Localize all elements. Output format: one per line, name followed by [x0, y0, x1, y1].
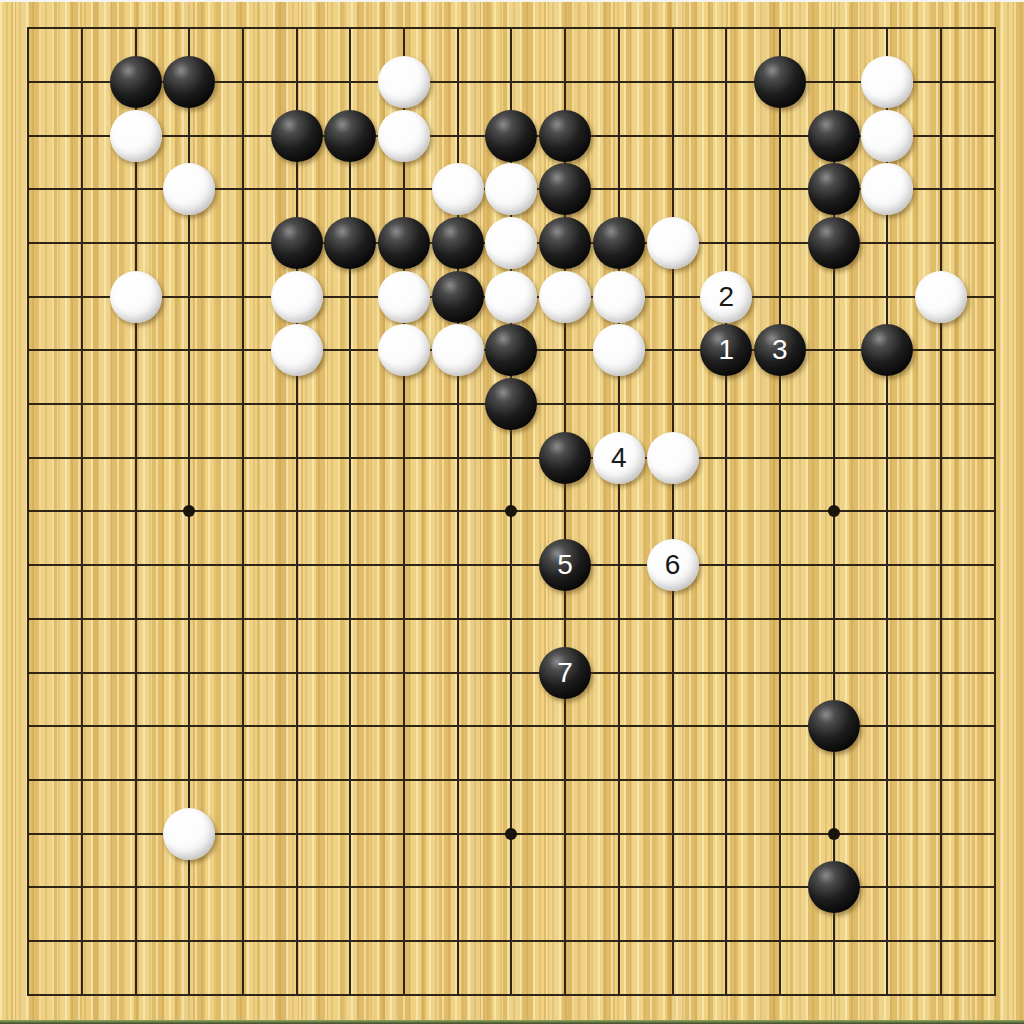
white-stone-O14: 2 — [700, 271, 752, 323]
black-stone-C18 — [110, 56, 162, 108]
white-stone-C17 — [110, 110, 162, 162]
move-number-label: 3 — [772, 336, 788, 364]
white-stone-H14 — [378, 271, 430, 323]
white-stone-H18 — [378, 56, 430, 108]
black-stone-L15 — [539, 217, 591, 269]
star-point — [505, 505, 517, 517]
white-stone-J13 — [432, 324, 484, 376]
move-number-label: 7 — [557, 659, 573, 687]
white-stone-R16 — [861, 163, 913, 215]
move-number-label: 1 — [718, 336, 734, 364]
black-stone-O13: 1 — [700, 324, 752, 376]
white-stone-D4 — [163, 808, 215, 860]
black-stone-K12 — [485, 378, 537, 430]
white-stone-K15 — [485, 217, 537, 269]
go-board[interactable]: 2134567 — [0, 0, 1024, 1024]
white-stone-K14 — [485, 271, 537, 323]
white-stone-M14 — [593, 271, 645, 323]
black-stone-L11 — [539, 432, 591, 484]
photo-edge-bottom — [0, 1020, 1024, 1024]
white-stone-H17 — [378, 110, 430, 162]
white-stone-M11: 4 — [593, 432, 645, 484]
white-stone-N15 — [647, 217, 699, 269]
black-stone-K13 — [485, 324, 537, 376]
star-point — [828, 828, 840, 840]
white-stone-H13 — [378, 324, 430, 376]
grid-vertical-line — [940, 27, 942, 995]
black-stone-H15 — [378, 217, 430, 269]
grid-vertical-line — [618, 27, 620, 995]
grid-vertical-line — [672, 27, 674, 995]
black-stone-L16 — [539, 163, 591, 215]
white-stone-M13 — [593, 324, 645, 376]
go-diagram: 2134567 — [0, 0, 1024, 1024]
grid-horizontal-line — [27, 618, 995, 620]
grid-vertical-line — [725, 27, 727, 995]
black-stone-Q6 — [808, 700, 860, 752]
white-stone-R18 — [861, 56, 913, 108]
black-stone-J14 — [432, 271, 484, 323]
black-stone-G15 — [324, 217, 376, 269]
move-number-label: 4 — [611, 444, 627, 472]
black-stone-J15 — [432, 217, 484, 269]
white-stone-N11 — [647, 432, 699, 484]
move-number-label: 6 — [665, 551, 681, 579]
star-point — [828, 505, 840, 517]
white-stone-L14 — [539, 271, 591, 323]
grid-vertical-line — [779, 27, 781, 995]
move-number-label: 2 — [718, 283, 734, 311]
grid-horizontal-line — [27, 940, 995, 942]
black-stone-K17 — [485, 110, 537, 162]
black-stone-Q16 — [808, 163, 860, 215]
move-number-label: 5 — [557, 551, 573, 579]
white-stone-K16 — [485, 163, 537, 215]
grid-horizontal-line — [27, 779, 995, 781]
star-point — [505, 828, 517, 840]
black-stone-Q17 — [808, 110, 860, 162]
white-stone-R17 — [861, 110, 913, 162]
black-stone-L17 — [539, 110, 591, 162]
grid-horizontal-line — [27, 672, 995, 674]
black-stone-G17 — [324, 110, 376, 162]
black-stone-F17 — [271, 110, 323, 162]
white-stone-J16 — [432, 163, 484, 215]
black-stone-D18 — [163, 56, 215, 108]
black-stone-F15 — [271, 217, 323, 269]
white-stone-F14 — [271, 271, 323, 323]
white-stone-N9: 6 — [647, 539, 699, 591]
grid-horizontal-line — [27, 994, 995, 996]
black-stone-L9: 5 — [539, 539, 591, 591]
white-stone-S14 — [915, 271, 967, 323]
white-stone-F13 — [271, 324, 323, 376]
photo-edge-top — [0, 0, 1024, 2]
black-stone-P18 — [754, 56, 806, 108]
grid-horizontal-line — [27, 564, 995, 566]
black-stone-R13 — [861, 324, 913, 376]
black-stone-Q3 — [808, 861, 860, 913]
grid-vertical-line — [994, 27, 996, 995]
black-stone-Q15 — [808, 217, 860, 269]
white-stone-D16 — [163, 163, 215, 215]
black-stone-P13: 3 — [754, 324, 806, 376]
black-stone-L7: 7 — [539, 647, 591, 699]
black-stone-M15 — [593, 217, 645, 269]
star-point — [183, 505, 195, 517]
white-stone-C14 — [110, 271, 162, 323]
